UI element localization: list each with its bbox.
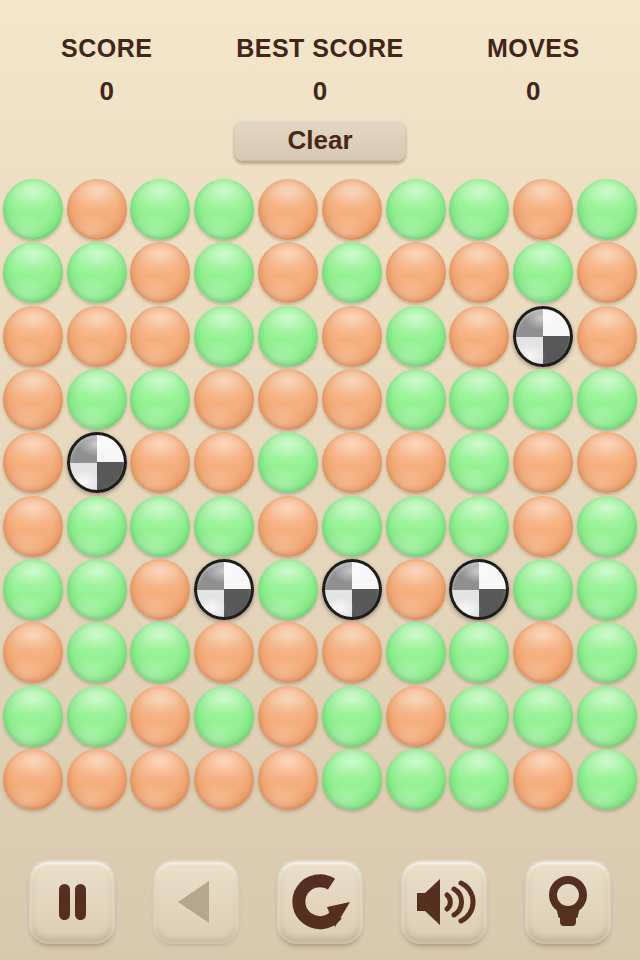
board-cell[interactable] (384, 305, 448, 368)
board-cell[interactable] (1, 368, 65, 431)
green-ball[interactable] (449, 369, 509, 430)
board-cell[interactable] (511, 748, 575, 811)
board-cell[interactable] (448, 178, 512, 241)
green-ball[interactable] (513, 242, 573, 303)
orange-ball[interactable] (3, 369, 63, 430)
board-cell[interactable] (256, 621, 320, 684)
board-cell[interactable] (575, 748, 639, 811)
green-ball[interactable] (449, 749, 509, 810)
pause-icon (40, 870, 104, 934)
green-ball[interactable] (386, 369, 446, 430)
board-cell[interactable] (448, 431, 512, 494)
board-cell[interactable] (65, 368, 129, 431)
green-ball[interactable] (577, 559, 637, 620)
orange-ball[interactable] (513, 179, 573, 240)
orange-ball[interactable] (3, 749, 63, 810)
board-cell[interactable] (384, 241, 448, 304)
orange-ball[interactable] (130, 559, 190, 620)
green-ball[interactable] (67, 369, 127, 430)
green-ball[interactable] (577, 496, 637, 557)
board-cell[interactable] (575, 494, 639, 557)
orange-ball[interactable] (513, 496, 573, 557)
green-ball[interactable] (322, 686, 382, 747)
silver-ball[interactable] (449, 559, 509, 620)
orange-ball[interactable] (3, 496, 63, 557)
back-icon (164, 870, 228, 934)
board-cell[interactable] (129, 305, 193, 368)
board-cell[interactable] (384, 558, 448, 621)
board-cell[interactable] (65, 558, 129, 621)
green-ball[interactable] (449, 622, 509, 683)
orange-ball[interactable] (322, 179, 382, 240)
moves-value: 0 (427, 76, 640, 107)
orange-ball[interactable] (194, 622, 254, 683)
orange-ball[interactable] (194, 432, 254, 493)
green-ball[interactable] (130, 179, 190, 240)
orange-ball[interactable] (3, 432, 63, 493)
board-cell[interactable] (65, 431, 129, 494)
board-cell[interactable] (65, 684, 129, 747)
board-cell[interactable] (384, 494, 448, 557)
green-ball[interactable] (194, 306, 254, 367)
board-cell[interactable] (129, 241, 193, 304)
orange-ball[interactable] (258, 369, 318, 430)
board-cell[interactable] (129, 621, 193, 684)
best-score-label: BEST SCORE (213, 34, 426, 63)
board-cell[interactable] (192, 305, 256, 368)
board-cell[interactable] (320, 621, 384, 684)
green-ball[interactable] (67, 496, 127, 557)
board-cell[interactable] (192, 241, 256, 304)
orange-ball[interactable] (322, 306, 382, 367)
orange-ball[interactable] (577, 242, 637, 303)
board-cell[interactable] (129, 494, 193, 557)
board-cell[interactable] (1, 558, 65, 621)
green-ball[interactable] (513, 369, 573, 430)
green-ball[interactable] (386, 179, 446, 240)
board-cell[interactable] (192, 558, 256, 621)
green-ball[interactable] (67, 242, 127, 303)
orange-ball[interactable] (322, 622, 382, 683)
green-ball[interactable] (67, 686, 127, 747)
green-ball[interactable] (449, 432, 509, 493)
orange-ball[interactable] (3, 622, 63, 683)
orange-ball[interactable] (67, 749, 127, 810)
board-cell[interactable] (320, 241, 384, 304)
board-cell[interactable] (511, 684, 575, 747)
board-cell[interactable] (575, 241, 639, 304)
clear-button[interactable]: Clear (234, 119, 406, 161)
orange-ball[interactable] (577, 432, 637, 493)
board-cell[interactable] (448, 748, 512, 811)
green-ball[interactable] (322, 242, 382, 303)
board-cell[interactable] (575, 368, 639, 431)
score-value: 0 (0, 76, 213, 107)
orange-ball[interactable] (67, 306, 127, 367)
orange-ball[interactable] (513, 432, 573, 493)
board-cell[interactable] (320, 368, 384, 431)
board-cell[interactable] (256, 178, 320, 241)
moves-label: MOVES (427, 34, 640, 63)
green-ball[interactable] (577, 686, 637, 747)
board-cell[interactable] (575, 684, 639, 747)
board-cell[interactable] (65, 178, 129, 241)
board-cell[interactable] (320, 431, 384, 494)
board-cell[interactable] (65, 305, 129, 368)
orange-ball[interactable] (194, 749, 254, 810)
board-cell[interactable] (511, 558, 575, 621)
board-cell[interactable] (1, 241, 65, 304)
board-cell[interactable] (575, 431, 639, 494)
green-ball[interactable] (67, 559, 127, 620)
green-ball[interactable] (3, 242, 63, 303)
orange-ball[interactable] (386, 686, 446, 747)
board-cell[interactable] (320, 684, 384, 747)
board-cell[interactable] (129, 368, 193, 431)
board-cell[interactable] (256, 431, 320, 494)
hint-bulb-icon (536, 870, 600, 934)
green-ball[interactable] (3, 559, 63, 620)
orange-ball[interactable] (67, 179, 127, 240)
board-cell[interactable] (448, 621, 512, 684)
board-cell[interactable] (129, 684, 193, 747)
board-cell[interactable] (65, 241, 129, 304)
sound-button[interactable] (403, 862, 485, 942)
score-header: SCORE 0 BEST SCORE 0 MOVES 0 (0, 34, 640, 107)
green-ball[interactable] (3, 179, 63, 240)
board-cell[interactable] (384, 368, 448, 431)
board-cell[interactable] (256, 558, 320, 621)
orange-ball[interactable] (258, 686, 318, 747)
board-cell[interactable] (320, 178, 384, 241)
board-cell[interactable] (511, 368, 575, 431)
board-cell[interactable] (1, 494, 65, 557)
board-cell[interactable] (320, 494, 384, 557)
board-cell[interactable] (448, 241, 512, 304)
board-cell[interactable] (65, 494, 129, 557)
orange-ball[interactable] (577, 306, 637, 367)
hint-button[interactable] (527, 862, 609, 942)
green-ball[interactable] (130, 496, 190, 557)
silver-ball[interactable] (513, 306, 573, 367)
orange-ball[interactable] (258, 242, 318, 303)
undo-back-button (155, 862, 237, 942)
orange-ball[interactable] (130, 306, 190, 367)
orange-ball[interactable] (322, 369, 382, 430)
green-ball[interactable] (130, 369, 190, 430)
silver-ball[interactable] (322, 559, 382, 620)
board-cell[interactable] (575, 558, 639, 621)
board-cell[interactable] (192, 621, 256, 684)
board-cell[interactable] (129, 178, 193, 241)
board-cell[interactable] (448, 684, 512, 747)
board-cell[interactable] (511, 178, 575, 241)
orange-ball[interactable] (130, 686, 190, 747)
orange-ball[interactable] (3, 306, 63, 367)
orange-ball[interactable] (258, 749, 318, 810)
board-cell[interactable] (384, 748, 448, 811)
board-cell[interactable] (1, 621, 65, 684)
green-ball[interactable] (258, 559, 318, 620)
green-ball[interactable] (322, 749, 382, 810)
board-cell[interactable] (575, 305, 639, 368)
board-cell[interactable] (256, 368, 320, 431)
orange-ball[interactable] (130, 749, 190, 810)
restart-icon (288, 870, 352, 934)
board-cell[interactable] (511, 305, 575, 368)
board-cell[interactable] (1, 748, 65, 811)
orange-ball[interactable] (449, 306, 509, 367)
orange-ball[interactable] (258, 179, 318, 240)
board-cell[interactable] (192, 368, 256, 431)
board-cell[interactable] (511, 494, 575, 557)
board-cell[interactable] (448, 368, 512, 431)
green-ball[interactable] (386, 622, 446, 683)
orange-ball[interactable] (194, 369, 254, 430)
board-cell[interactable] (256, 241, 320, 304)
green-ball[interactable] (194, 496, 254, 557)
green-ball[interactable] (258, 306, 318, 367)
green-ball[interactable] (386, 749, 446, 810)
board-cell[interactable] (511, 241, 575, 304)
game-board[interactable] (1, 178, 639, 811)
orange-ball[interactable] (513, 622, 573, 683)
restart-button[interactable] (279, 862, 361, 942)
board-cell[interactable] (65, 748, 129, 811)
board-cell[interactable] (384, 431, 448, 494)
board-cell[interactable] (192, 684, 256, 747)
board-cell[interactable] (65, 621, 129, 684)
green-ball[interactable] (194, 179, 254, 240)
moves-block: MOVES 0 (427, 34, 640, 107)
board-cell[interactable] (192, 178, 256, 241)
board-cell[interactable] (575, 178, 639, 241)
board-cell[interactable] (320, 748, 384, 811)
orange-ball[interactable] (258, 622, 318, 683)
green-ball[interactable] (67, 622, 127, 683)
green-ball[interactable] (194, 242, 254, 303)
green-ball[interactable] (577, 179, 637, 240)
board-cell[interactable] (192, 494, 256, 557)
silver-ball[interactable] (194, 559, 254, 620)
green-ball[interactable] (449, 179, 509, 240)
green-ball[interactable] (577, 369, 637, 430)
board-cell[interactable] (192, 431, 256, 494)
board-cell[interactable] (1, 431, 65, 494)
board-cell[interactable] (511, 621, 575, 684)
best-score-block: BEST SCORE 0 (213, 34, 426, 107)
orange-ball[interactable] (322, 432, 382, 493)
board-cell[interactable] (129, 748, 193, 811)
orange-ball[interactable] (386, 559, 446, 620)
green-ball[interactable] (322, 496, 382, 557)
green-ball[interactable] (258, 432, 318, 493)
orange-ball[interactable] (386, 242, 446, 303)
green-ball[interactable] (513, 559, 573, 620)
board-cell[interactable] (448, 494, 512, 557)
green-ball[interactable] (3, 686, 63, 747)
orange-ball[interactable] (130, 242, 190, 303)
green-ball[interactable] (386, 306, 446, 367)
green-ball[interactable] (386, 496, 446, 557)
sound-on-icon (412, 870, 476, 934)
board-cell[interactable] (320, 558, 384, 621)
orange-ball[interactable] (513, 749, 573, 810)
board-cell[interactable] (1, 305, 65, 368)
green-ball[interactable] (194, 686, 254, 747)
board-cell[interactable] (384, 684, 448, 747)
board-cell[interactable] (448, 305, 512, 368)
board-cell[interactable] (448, 558, 512, 621)
board-cell[interactable] (320, 305, 384, 368)
board-cell[interactable] (256, 684, 320, 747)
board-cell[interactable] (1, 178, 65, 241)
board-cell[interactable] (256, 305, 320, 368)
orange-ball[interactable] (130, 432, 190, 493)
orange-ball[interactable] (258, 496, 318, 557)
board-cell[interactable] (129, 558, 193, 621)
green-ball[interactable] (449, 686, 509, 747)
board-cell[interactable] (1, 684, 65, 747)
green-ball[interactable] (577, 749, 637, 810)
pause-button[interactable] (31, 862, 113, 942)
green-ball[interactable] (577, 622, 637, 683)
green-ball[interactable] (130, 622, 190, 683)
silver-ball[interactable] (67, 432, 127, 493)
board-cell[interactable] (256, 494, 320, 557)
orange-ball[interactable] (386, 432, 446, 493)
score-label: SCORE (0, 34, 213, 63)
best-score-value: 0 (213, 76, 426, 107)
board-cell[interactable] (256, 748, 320, 811)
orange-ball[interactable] (449, 242, 509, 303)
board-cell[interactable] (384, 178, 448, 241)
board-cell[interactable] (384, 621, 448, 684)
board-cell[interactable] (192, 748, 256, 811)
board-cell[interactable] (575, 621, 639, 684)
score-block: SCORE 0 (0, 34, 213, 107)
board-cell[interactable] (511, 431, 575, 494)
board-cell[interactable] (129, 431, 193, 494)
green-ball[interactable] (513, 686, 573, 747)
green-ball[interactable] (449, 496, 509, 557)
